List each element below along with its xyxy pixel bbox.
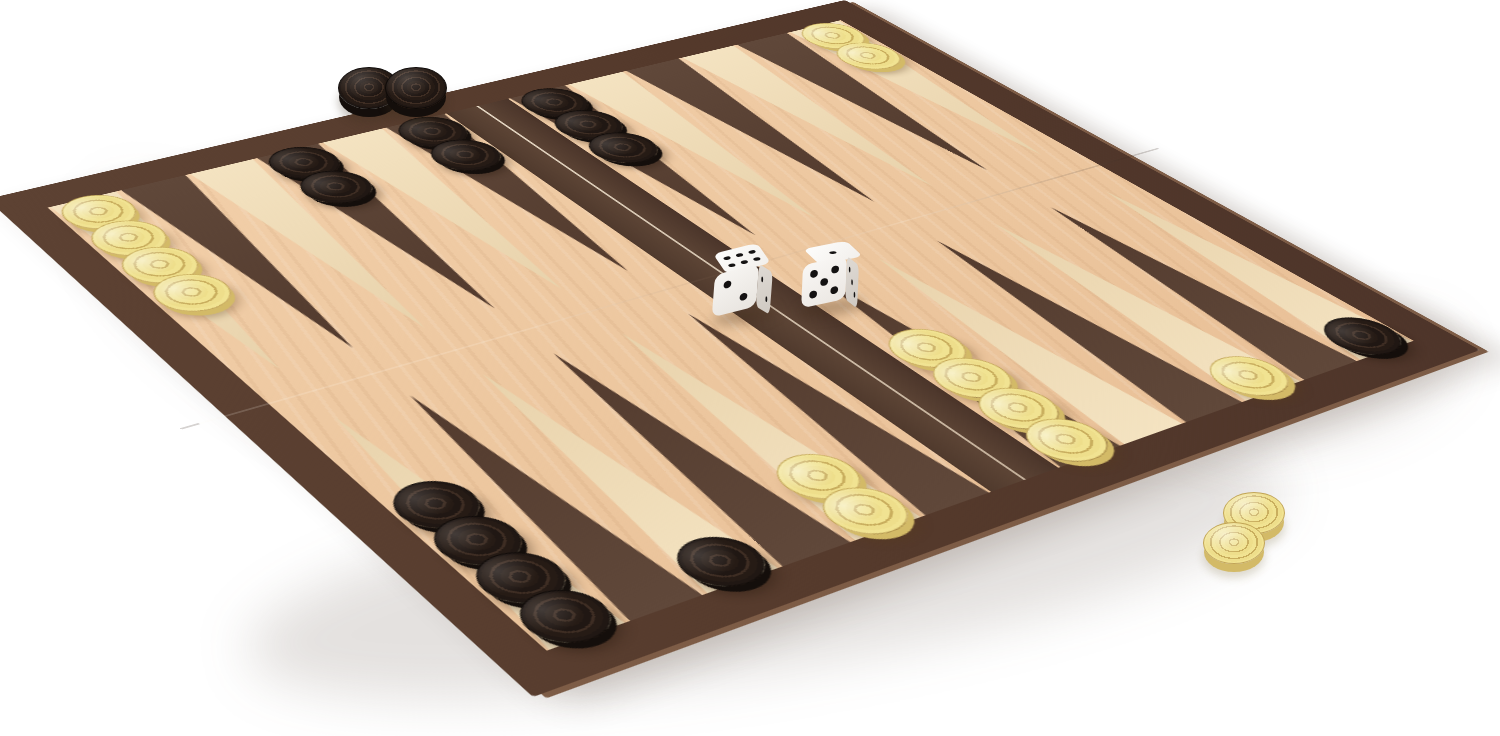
die-pip: [851, 279, 853, 286]
die-pip: [831, 265, 839, 274]
die-pip: [728, 263, 737, 268]
die-pip: [810, 269, 818, 278]
die-pip: [740, 260, 749, 265]
product-photo-scene: [0, 0, 1500, 736]
die-pip: [849, 266, 851, 273]
die-side-face: [845, 256, 859, 308]
yellow-checker[interactable]: [1203, 522, 1265, 564]
die-pip: [854, 291, 856, 298]
die-1[interactable]: [705, 240, 789, 330]
die-pip: [828, 251, 837, 255]
die-pip: [765, 296, 767, 303]
die-pip: [723, 280, 731, 289]
die-front-face: [801, 256, 847, 308]
die-pip: [830, 286, 838, 295]
die-pip: [820, 277, 828, 286]
black-checker[interactable]: [385, 67, 447, 109]
die-pip: [740, 292, 748, 301]
playing-field: [48, 20, 1414, 650]
die-pip: [735, 253, 744, 258]
die-front-face: [712, 264, 759, 317]
die-pip: [761, 276, 763, 283]
backgammon-board: [0, 0, 1480, 697]
die-pip: [723, 256, 732, 261]
die-side-face: [756, 264, 773, 315]
die-pip: [747, 249, 756, 254]
die-2[interactable]: [797, 237, 881, 327]
die-pip: [809, 290, 817, 299]
die-pip: [752, 257, 761, 262]
